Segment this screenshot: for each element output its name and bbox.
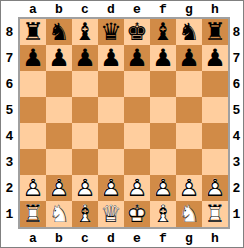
square-d5[interactable] [98, 97, 124, 123]
black-pawn[interactable]: ♟ [98, 45, 124, 71]
black-pawn[interactable]: ♟ [20, 45, 46, 71]
square-h5[interactable] [202, 97, 228, 123]
piece-glyph: ♟ [176, 45, 202, 71]
piece-glyph: ♟ [46, 45, 72, 71]
rank-label-5: 5 [6, 103, 14, 118]
square-h8[interactable]: ♜ [202, 19, 228, 45]
square-e5[interactable] [124, 97, 150, 123]
file-label-f: f [159, 231, 167, 246]
square-d8[interactable]: ♛ [98, 19, 124, 45]
square-d1[interactable]: ♛♕ [98, 201, 124, 227]
rank-label-5: 5 [233, 103, 241, 118]
square-e4[interactable] [124, 123, 150, 149]
square-h2[interactable]: ♟♙ [202, 175, 228, 201]
piece-glyph: ♟ [72, 45, 98, 71]
white-pawn[interactable]: ♟♙ [20, 175, 46, 201]
piece-outline: ♙ [202, 175, 228, 201]
file-label-e: e [133, 231, 141, 246]
square-b4[interactable] [46, 123, 72, 149]
black-pawn[interactable]: ♟ [176, 45, 202, 71]
rank-label-3: 3 [233, 155, 241, 170]
black-rook[interactable]: ♜ [202, 19, 228, 45]
piece-outline: ♙ [124, 175, 150, 201]
piece-outline: ♙ [150, 175, 176, 201]
square-h1[interactable]: ♜♖ [202, 201, 228, 227]
square-b1[interactable]: ♞♘ [46, 201, 72, 227]
white-bishop[interactable]: ♝♗ [150, 201, 176, 227]
square-f1[interactable]: ♝♗ [150, 201, 176, 227]
white-knight[interactable]: ♞♘ [176, 201, 202, 227]
white-pawn[interactable]: ♟♙ [124, 175, 150, 201]
square-c3[interactable] [72, 149, 98, 175]
square-d7[interactable]: ♟ [98, 45, 124, 71]
piece-glyph: ♚ [124, 19, 150, 45]
rank-label-8: 8 [6, 25, 14, 40]
square-f3[interactable] [150, 149, 176, 175]
square-a1[interactable]: ♜♖ [20, 201, 46, 227]
white-pawn[interactable]: ♟♙ [98, 175, 124, 201]
black-king[interactable]: ♚ [124, 19, 150, 45]
square-b5[interactable] [46, 97, 72, 123]
square-b7[interactable]: ♟ [46, 45, 72, 71]
piece-glyph: ♜ [20, 19, 46, 45]
black-pawn[interactable]: ♟ [124, 45, 150, 71]
rank-label-4: 4 [6, 129, 14, 144]
white-pawn[interactable]: ♟♙ [72, 175, 98, 201]
square-d2[interactable]: ♟♙ [98, 175, 124, 201]
square-c6[interactable] [72, 71, 98, 97]
square-d4[interactable] [98, 123, 124, 149]
file-labels-top: abcdefgh [18, 1, 230, 17]
rank-label-2: 2 [6, 181, 14, 196]
rank-label-6: 6 [233, 77, 241, 92]
black-pawn[interactable]: ♟ [72, 45, 98, 71]
white-pawn[interactable]: ♟♙ [150, 175, 176, 201]
piece-outline: ♙ [46, 175, 72, 201]
black-knight[interactable]: ♞ [176, 19, 202, 45]
white-rook[interactable]: ♜♖ [20, 201, 46, 227]
file-label-g: g [185, 2, 193, 17]
square-a8[interactable]: ♜ [20, 19, 46, 45]
square-e1[interactable]: ♚♔ [124, 201, 150, 227]
rank-label-7: 7 [6, 51, 14, 66]
file-label-b: b [55, 2, 63, 17]
file-label-c: c [81, 2, 89, 17]
file-label-h: h [211, 2, 219, 17]
white-knight[interactable]: ♞♘ [46, 201, 72, 227]
square-c8[interactable]: ♝ [72, 19, 98, 45]
file-label-e: e [133, 2, 141, 17]
white-bishop[interactable]: ♝♗ [72, 201, 98, 227]
square-g5[interactable] [176, 97, 202, 123]
square-b6[interactable] [46, 71, 72, 97]
rank-label-8: 8 [233, 25, 241, 40]
rank-labels-right: 87654321 [230, 17, 243, 229]
black-rook[interactable]: ♜ [20, 19, 46, 45]
black-pawn[interactable]: ♟ [202, 45, 228, 71]
piece-outline: ♘ [46, 201, 72, 227]
square-a7[interactable]: ♟ [20, 45, 46, 71]
chessboard-window: abcdefgh 87654321 ♜♞♝♛♚♝♞♜♟♟♟♟♟♟♟♟♟♙♟♙♟♙… [0, 0, 244, 248]
file-label-a: a [29, 2, 37, 17]
piece-outline: ♕ [98, 201, 124, 227]
piece-outline: ♔ [124, 201, 150, 227]
file-label-h: h [211, 231, 219, 246]
file-label-c: c [81, 231, 89, 246]
rank-label-7: 7 [233, 51, 241, 66]
square-d6[interactable] [98, 71, 124, 97]
rank-label-6: 6 [6, 77, 14, 92]
square-g6[interactable] [176, 71, 202, 97]
piece-glyph: ♟ [20, 45, 46, 71]
square-f5[interactable] [150, 97, 176, 123]
square-g7[interactable]: ♟ [176, 45, 202, 71]
piece-outline: ♙ [72, 175, 98, 201]
file-label-d: d [107, 231, 115, 246]
white-queen[interactable]: ♛♕ [98, 201, 124, 227]
square-a3[interactable] [20, 149, 46, 175]
piece-outline: ♗ [72, 201, 98, 227]
square-h6[interactable] [202, 71, 228, 97]
square-c1[interactable]: ♝♗ [72, 201, 98, 227]
rank-label-2: 2 [233, 181, 241, 196]
black-bishop[interactable]: ♝ [150, 19, 176, 45]
square-a5[interactable] [20, 97, 46, 123]
square-e3[interactable] [124, 149, 150, 175]
board[interactable]: ♜♞♝♛♚♝♞♜♟♟♟♟♟♟♟♟♟♙♟♙♟♙♟♙♟♙♟♙♟♙♟♙♜♖♞♘♝♗♛♕… [18, 17, 230, 229]
file-label-d: d [107, 2, 115, 17]
rank-label-4: 4 [233, 129, 241, 144]
white-pawn[interactable]: ♟♙ [202, 175, 228, 201]
square-a6[interactable] [20, 71, 46, 97]
square-f8[interactable]: ♝ [150, 19, 176, 45]
piece-outline: ♘ [176, 201, 202, 227]
square-a4[interactable] [20, 123, 46, 149]
square-b2[interactable]: ♟♙ [46, 175, 72, 201]
piece-glyph: ♝ [72, 19, 98, 45]
square-f6[interactable] [150, 71, 176, 97]
rank-label-1: 1 [233, 207, 241, 222]
rank-labels-left: 87654321 [1, 17, 18, 229]
square-h3[interactable] [202, 149, 228, 175]
black-pawn[interactable]: ♟ [46, 45, 72, 71]
square-f7[interactable]: ♟ [150, 45, 176, 71]
piece-glyph: ♜ [202, 19, 228, 45]
square-a2[interactable]: ♟♙ [20, 175, 46, 201]
white-pawn[interactable]: ♟♙ [176, 175, 202, 201]
square-g4[interactable] [176, 123, 202, 149]
piece-glyph: ♟ [98, 45, 124, 71]
square-g3[interactable] [176, 149, 202, 175]
square-h4[interactable] [202, 123, 228, 149]
square-d3[interactable] [98, 149, 124, 175]
file-label-b: b [55, 231, 63, 246]
piece-outline: ♙ [176, 175, 202, 201]
white-pawn[interactable]: ♟♙ [46, 175, 72, 201]
file-label-f: f [159, 2, 167, 17]
square-c2[interactable]: ♟♙ [72, 175, 98, 201]
file-label-a: a [29, 231, 37, 246]
square-b3[interactable] [46, 149, 72, 175]
piece-outline: ♙ [20, 175, 46, 201]
file-labels-bottom: abcdefgh [18, 229, 230, 247]
black-pawn[interactable]: ♟ [150, 45, 176, 71]
square-g2[interactable]: ♟♙ [176, 175, 202, 201]
white-rook[interactable]: ♜♖ [202, 201, 228, 227]
piece-glyph: ♟ [150, 45, 176, 71]
piece-glyph: ♟ [202, 45, 228, 71]
piece-glyph: ♛ [98, 19, 124, 45]
square-g1[interactable]: ♞♘ [176, 201, 202, 227]
piece-glyph: ♝ [150, 19, 176, 45]
piece-outline: ♙ [98, 175, 124, 201]
square-e7[interactable]: ♟ [124, 45, 150, 71]
square-c4[interactable] [72, 123, 98, 149]
white-king[interactable]: ♚♔ [124, 201, 150, 227]
square-c7[interactable]: ♟ [72, 45, 98, 71]
square-e2[interactable]: ♟♙ [124, 175, 150, 201]
black-knight[interactable]: ♞ [46, 19, 72, 45]
black-queen[interactable]: ♛ [98, 19, 124, 45]
rank-label-1: 1 [6, 207, 14, 222]
piece-outline: ♖ [202, 201, 228, 227]
rank-label-3: 3 [6, 155, 14, 170]
square-f4[interactable] [150, 123, 176, 149]
file-label-g: g [185, 231, 193, 246]
square-h7[interactable]: ♟ [202, 45, 228, 71]
square-g8[interactable]: ♞ [176, 19, 202, 45]
square-e6[interactable] [124, 71, 150, 97]
piece-glyph: ♞ [46, 19, 72, 45]
black-bishop[interactable]: ♝ [72, 19, 98, 45]
square-b8[interactable]: ♞ [46, 19, 72, 45]
square-f2[interactable]: ♟♙ [150, 175, 176, 201]
piece-outline: ♖ [20, 201, 46, 227]
square-e8[interactable]: ♚ [124, 19, 150, 45]
piece-glyph: ♟ [124, 45, 150, 71]
piece-outline: ♗ [150, 201, 176, 227]
piece-glyph: ♞ [176, 19, 202, 45]
square-c5[interactable] [72, 97, 98, 123]
